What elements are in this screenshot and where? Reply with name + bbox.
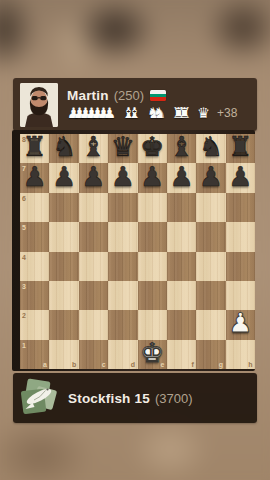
player-avatar — [20, 83, 58, 127]
square-g3[interactable] — [196, 281, 225, 310]
square-e2[interactable] — [138, 310, 167, 339]
square-f7[interactable]: ♟ — [167, 163, 196, 192]
file-label-c: c — [102, 361, 106, 368]
black-pawn-a7: ♟ — [23, 163, 47, 192]
captured-knight-group: ♞♞ — [147, 105, 166, 121]
square-b4[interactable] — [49, 252, 78, 281]
square-f5[interactable] — [167, 222, 196, 251]
square-h5[interactable] — [226, 222, 255, 251]
square-c6[interactable] — [79, 193, 108, 222]
square-e7[interactable]: ♟ — [138, 163, 167, 192]
captured-rook-group: ♜♜ — [172, 105, 191, 121]
square-a7[interactable]: 7♟ — [20, 163, 49, 192]
square-c8[interactable]: ♝ — [79, 134, 108, 163]
square-a8[interactable]: 8♜ — [20, 134, 49, 163]
portrait-image — [20, 83, 58, 127]
black-pawn-c7: ♟ — [81, 163, 105, 192]
board-frame: 8♜♞♝♛♚♝♞♜7♟♟♟♟♟♟♟♟65432♟1abcde♚fgh — [12, 130, 255, 371]
square-h4[interactable] — [226, 252, 255, 281]
square-a6[interactable]: 6 — [20, 193, 49, 222]
square-e1[interactable]: e♚ — [138, 340, 167, 369]
square-g1[interactable]: g — [196, 340, 225, 369]
black-king-e8: ♚ — [140, 133, 164, 162]
file-label-d: d — [131, 361, 135, 368]
square-c7[interactable]: ♟ — [79, 163, 108, 192]
black-pawn-d7: ♟ — [111, 163, 135, 192]
square-b1[interactable]: b — [49, 340, 78, 369]
black-pawn-g7: ♟ — [199, 163, 223, 192]
file-label-b: b — [72, 361, 76, 368]
square-g8[interactable]: ♞ — [196, 134, 225, 163]
rank-label-4: 4 — [22, 254, 26, 261]
square-g4[interactable] — [196, 252, 225, 281]
black-pawn-f7: ♟ — [169, 163, 193, 192]
stockfish-logo-icon — [19, 377, 59, 419]
square-h8[interactable]: ♜ — [226, 134, 255, 163]
white-king-e1: ♚ — [140, 339, 164, 368]
square-d6[interactable] — [108, 193, 137, 222]
square-e5[interactable] — [138, 222, 167, 251]
player-name: Martin — [67, 88, 109, 103]
square-h6[interactable] — [226, 193, 255, 222]
black-pawn-b7: ♟ — [52, 163, 76, 192]
square-d1[interactable]: d — [108, 340, 137, 369]
square-c3[interactable] — [79, 281, 108, 310]
square-d7[interactable]: ♟ — [108, 163, 137, 192]
captured-pawn-group: ♟♟♟♟♟♟♟ — [67, 105, 116, 121]
material-advantage: +38 — [217, 106, 237, 121]
square-c2[interactable] — [79, 310, 108, 339]
square-h3[interactable] — [226, 281, 255, 310]
square-f8[interactable]: ♝ — [167, 134, 196, 163]
black-pawn-e7: ♟ — [140, 163, 164, 192]
square-b6[interactable] — [49, 193, 78, 222]
square-d2[interactable] — [108, 310, 137, 339]
square-d3[interactable] — [108, 281, 137, 310]
square-h1[interactable]: h — [226, 340, 255, 369]
square-c1[interactable]: c — [79, 340, 108, 369]
file-label-g: g — [219, 361, 223, 368]
black-bishop-c8: ♝ — [81, 133, 105, 162]
black-bishop-f8: ♝ — [169, 133, 193, 162]
rank-label-2: 2 — [22, 312, 26, 319]
bulgaria-flag-icon — [150, 90, 166, 101]
black-rook-h8: ♜ — [228, 133, 252, 162]
square-g5[interactable] — [196, 222, 225, 251]
square-f4[interactable] — [167, 252, 196, 281]
square-f6[interactable] — [167, 193, 196, 222]
square-a2[interactable]: 2 — [20, 310, 49, 339]
square-g7[interactable]: ♟ — [196, 163, 225, 192]
rank-label-1: 1 — [22, 342, 26, 349]
black-queen-d8: ♛ — [111, 133, 135, 162]
square-a1[interactable]: 1a — [20, 340, 49, 369]
square-d8[interactable]: ♛ — [108, 134, 137, 163]
captured-bishop-group: ♝♝ — [122, 105, 141, 121]
square-d4[interactable] — [108, 252, 137, 281]
engine-rating: (3700) — [155, 391, 193, 406]
black-pawn-h7: ♟ — [228, 163, 252, 192]
black-knight-g8: ♞ — [199, 133, 223, 162]
engine-name: Stockfish 15 — [68, 391, 150, 406]
square-c4[interactable] — [79, 252, 108, 281]
square-g6[interactable] — [196, 193, 225, 222]
chess-board[interactable]: 8♜♞♝♛♚♝♞♜7♟♟♟♟♟♟♟♟65432♟1abcde♚fgh — [20, 134, 255, 369]
rank-label-6: 6 — [22, 195, 26, 202]
square-b5[interactable] — [49, 222, 78, 251]
white-pawn-h2: ♟ — [228, 309, 252, 338]
black-rook-a8: ♜ — [23, 133, 47, 162]
top-player-card: Martin (250) ♟♟♟♟♟♟♟♝♝♞♞♜♜♛+38 — [13, 78, 257, 131]
square-e4[interactable] — [138, 252, 167, 281]
file-label-a: a — [43, 361, 47, 368]
square-a5[interactable]: 5 — [20, 222, 49, 251]
black-knight-b8: ♞ — [52, 133, 76, 162]
square-e6[interactable] — [138, 193, 167, 222]
square-b3[interactable] — [49, 281, 78, 310]
square-b7[interactable]: ♟ — [49, 163, 78, 192]
square-d5[interactable] — [108, 222, 137, 251]
square-g2[interactable] — [196, 310, 225, 339]
square-h2[interactable]: ♟ — [226, 310, 255, 339]
file-label-f: f — [191, 361, 193, 368]
square-b2[interactable] — [49, 310, 78, 339]
square-f2[interactable] — [167, 310, 196, 339]
captured-queen-group: ♛ — [197, 105, 210, 121]
captured-pieces-row: ♟♟♟♟♟♟♟♝♝♞♞♜♜♛+38 — [67, 104, 237, 121]
square-h7[interactable]: ♟ — [226, 163, 255, 192]
square-e8[interactable]: ♚ — [138, 134, 167, 163]
square-c5[interactable] — [79, 222, 108, 251]
bottom-player-card: Stockfish 15 (3700) — [13, 373, 257, 423]
file-label-h: h — [248, 361, 252, 368]
square-f1[interactable]: f — [167, 340, 196, 369]
square-a4[interactable]: 4 — [20, 252, 49, 281]
square-a3[interactable]: 3 — [20, 281, 49, 310]
rank-label-5: 5 — [22, 224, 26, 231]
player-rating: (250) — [114, 88, 144, 103]
rank-label-3: 3 — [22, 283, 26, 290]
square-f3[interactable] — [167, 281, 196, 310]
square-b8[interactable]: ♞ — [49, 134, 78, 163]
app-screen: Martin (250) ♟♟♟♟♟♟♟♝♝♞♞♜♜♛+38 8♜♞♝♛♚♝♞♜… — [0, 0, 270, 480]
square-e3[interactable] — [138, 281, 167, 310]
